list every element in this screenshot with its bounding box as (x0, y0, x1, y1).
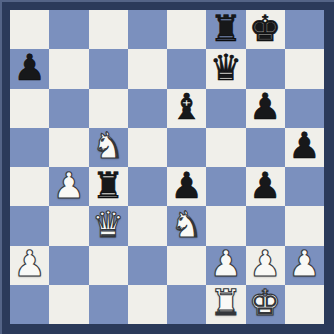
square-a7[interactable]: ♟ (10, 49, 49, 88)
square-e5[interactable] (167, 128, 206, 167)
square-b5[interactable] (49, 128, 88, 167)
square-d6[interactable] (128, 89, 167, 128)
piece-black-pawn-h5[interactable]: ♟ (288, 128, 320, 164)
square-f8[interactable]: ♜ (206, 10, 245, 49)
square-b2[interactable] (49, 246, 88, 285)
square-b8[interactable] (49, 10, 88, 49)
square-b6[interactable] (49, 89, 88, 128)
square-a1[interactable] (10, 285, 49, 324)
square-h5[interactable]: ♟ (285, 128, 324, 167)
piece-white-rook-f1[interactable]: ♜ (210, 285, 242, 321)
square-b1[interactable] (49, 285, 88, 324)
square-b4[interactable]: ♟ (49, 167, 88, 206)
square-f7[interactable]: ♛ (206, 49, 245, 88)
square-f1[interactable]: ♜ (206, 285, 245, 324)
square-b3[interactable] (49, 206, 88, 245)
square-a2[interactable]: ♟ (10, 246, 49, 285)
board-frame: ♜♚♟♛♝♟♞♟♟♜♟♟♛♞♟♟♟♟♜♚ (0, 0, 334, 334)
square-g1[interactable]: ♚ (246, 285, 285, 324)
piece-white-pawn-g2[interactable]: ♟ (249, 246, 281, 282)
piece-white-pawn-h2[interactable]: ♟ (288, 246, 320, 282)
square-a5[interactable] (10, 128, 49, 167)
square-g8[interactable]: ♚ (246, 10, 285, 49)
piece-white-pawn-b4[interactable]: ♟ (53, 168, 85, 204)
square-c6[interactable] (89, 89, 128, 128)
square-d2[interactable] (128, 246, 167, 285)
square-b7[interactable] (49, 49, 88, 88)
chess-board: ♜♚♟♛♝♟♞♟♟♜♟♟♛♞♟♟♟♟♜♚ (10, 10, 324, 324)
square-d3[interactable] (128, 206, 167, 245)
square-c5[interactable]: ♞ (89, 128, 128, 167)
square-g2[interactable]: ♟ (246, 246, 285, 285)
square-g6[interactable]: ♟ (246, 89, 285, 128)
square-h2[interactable]: ♟ (285, 246, 324, 285)
square-g3[interactable] (246, 206, 285, 245)
square-h6[interactable] (285, 89, 324, 128)
square-g4[interactable]: ♟ (246, 167, 285, 206)
square-f2[interactable]: ♟ (206, 246, 245, 285)
square-g5[interactable] (246, 128, 285, 167)
square-e8[interactable] (167, 10, 206, 49)
piece-black-pawn-g4[interactable]: ♟ (249, 168, 281, 204)
square-f4[interactable] (206, 167, 245, 206)
piece-white-knight-e3[interactable]: ♞ (170, 207, 202, 243)
square-e2[interactable] (167, 246, 206, 285)
piece-white-knight-c5[interactable]: ♞ (92, 128, 124, 164)
square-g7[interactable] (246, 49, 285, 88)
square-c8[interactable] (89, 10, 128, 49)
square-h1[interactable] (285, 285, 324, 324)
square-e7[interactable] (167, 49, 206, 88)
square-a3[interactable] (10, 206, 49, 245)
piece-white-pawn-a2[interactable]: ♟ (13, 246, 45, 282)
piece-black-king-g8[interactable]: ♚ (249, 11, 281, 47)
square-c4[interactable]: ♜ (89, 167, 128, 206)
square-a6[interactable] (10, 89, 49, 128)
square-e3[interactable]: ♞ (167, 206, 206, 245)
piece-black-rook-c4[interactable]: ♜ (92, 168, 124, 204)
square-a8[interactable] (10, 10, 49, 49)
piece-black-bishop-e6[interactable]: ♝ (170, 89, 202, 125)
square-c1[interactable] (89, 285, 128, 324)
square-h7[interactable] (285, 49, 324, 88)
square-f6[interactable] (206, 89, 245, 128)
piece-black-pawn-a7[interactable]: ♟ (13, 50, 45, 86)
square-d1[interactable] (128, 285, 167, 324)
square-e1[interactable] (167, 285, 206, 324)
square-d5[interactable] (128, 128, 167, 167)
square-d7[interactable] (128, 49, 167, 88)
square-c2[interactable] (89, 246, 128, 285)
square-h4[interactable] (285, 167, 324, 206)
square-h8[interactable] (285, 10, 324, 49)
piece-black-pawn-e4[interactable]: ♟ (170, 168, 202, 204)
piece-black-pawn-g6[interactable]: ♟ (249, 89, 281, 125)
piece-black-rook-f8[interactable]: ♜ (210, 11, 242, 47)
square-d8[interactable] (128, 10, 167, 49)
square-c3[interactable]: ♛ (89, 206, 128, 245)
piece-white-queen-c3[interactable]: ♛ (92, 207, 124, 243)
square-f3[interactable] (206, 206, 245, 245)
piece-white-king-g1[interactable]: ♚ (249, 285, 281, 321)
square-c7[interactable] (89, 49, 128, 88)
square-f5[interactable] (206, 128, 245, 167)
square-e4[interactable]: ♟ (167, 167, 206, 206)
piece-white-pawn-f2[interactable]: ♟ (210, 246, 242, 282)
square-h3[interactable] (285, 206, 324, 245)
square-e6[interactable]: ♝ (167, 89, 206, 128)
square-d4[interactable] (128, 167, 167, 206)
piece-black-queen-f7[interactable]: ♛ (210, 50, 242, 86)
square-a4[interactable] (10, 167, 49, 206)
